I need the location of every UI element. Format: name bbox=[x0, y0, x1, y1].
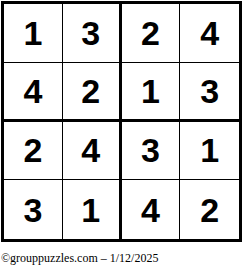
sudoku-cell-r1c2[interactable]: 3 bbox=[63, 4, 122, 63]
sudoku-cell-r1c1[interactable]: 1 bbox=[4, 4, 63, 63]
cell-digit: 2 bbox=[81, 74, 100, 108]
sudoku-cell-r3c2[interactable]: 4 bbox=[63, 122, 122, 181]
sudoku-grid: 1324421324313142 bbox=[1, 1, 242, 242]
cell-digit: 3 bbox=[81, 16, 100, 50]
cell-digit: 2 bbox=[141, 16, 160, 50]
sudoku-cell-r4c2[interactable]: 1 bbox=[63, 180, 122, 239]
copyright-credit: ©grouppuzzles.com – 1/12/2025 bbox=[1, 251, 158, 266]
cell-digit: 4 bbox=[81, 133, 100, 167]
cell-digit: 3 bbox=[200, 74, 219, 108]
sudoku-cell-r3c1[interactable]: 2 bbox=[4, 122, 63, 181]
cell-digit: 3 bbox=[141, 133, 160, 167]
sudoku-cell-r3c3[interactable]: 3 bbox=[122, 122, 181, 181]
cell-digit: 1 bbox=[200, 133, 219, 167]
cell-digit: 2 bbox=[23, 133, 42, 167]
sudoku-cell-r2c3[interactable]: 1 bbox=[122, 63, 181, 122]
cell-digit: 1 bbox=[23, 16, 42, 50]
cell-digit: 1 bbox=[81, 193, 100, 227]
sudoku-cell-r4c3[interactable]: 4 bbox=[122, 180, 181, 239]
sudoku-cell-r1c4[interactable]: 4 bbox=[180, 4, 239, 63]
cell-digit: 4 bbox=[200, 16, 219, 50]
sudoku-cell-r4c1[interactable]: 3 bbox=[4, 180, 63, 239]
sudoku-cell-r2c4[interactable]: 3 bbox=[180, 63, 239, 122]
sudoku-cell-r1c3[interactable]: 2 bbox=[122, 4, 181, 63]
cell-digit: 4 bbox=[23, 74, 42, 108]
cell-digit: 1 bbox=[141, 74, 160, 108]
cell-digit: 4 bbox=[141, 193, 160, 227]
cell-digit: 3 bbox=[23, 193, 42, 227]
sudoku-cell-r3c4[interactable]: 1 bbox=[180, 122, 239, 181]
sudoku-cell-r2c2[interactable]: 2 bbox=[63, 63, 122, 122]
cell-digit: 2 bbox=[200, 193, 219, 227]
sudoku-cell-r2c1[interactable]: 4 bbox=[4, 63, 63, 122]
sudoku-cell-r4c4[interactable]: 2 bbox=[180, 180, 239, 239]
sudoku-board: 1324421324313142 bbox=[1, 1, 242, 242]
